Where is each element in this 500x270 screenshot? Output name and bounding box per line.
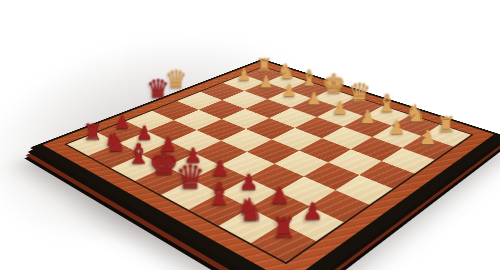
pawn-glyph: ♟	[359, 108, 375, 126]
pawn-glyph: ♟	[332, 99, 348, 117]
bishop-glyph: ♝	[299, 67, 319, 89]
pawn-glyph: ♟	[419, 128, 436, 147]
pawn-glyph: ♟	[269, 185, 289, 207]
product-photo-scene: ♜♞♝♛♚♝♞♜♟♟♟♟♟♟♟♟♟♟♟♟♟♟♟♟♜♞♝♛♚♝♞♜♛♛	[0, 0, 500, 270]
king-glyph: ♚	[148, 146, 179, 180]
bishop-glyph: ♝	[376, 91, 398, 115]
knight-glyph: ♞	[236, 194, 264, 225]
bishop-glyph: ♝	[205, 178, 233, 209]
rook-glyph: ♜	[271, 214, 296, 242]
pawn-glyph: ♟	[237, 67, 251, 83]
pawn-glyph: ♟	[259, 74, 274, 90]
pawn-glyph: ♟	[239, 171, 258, 193]
knight-glyph: ♞	[277, 61, 296, 82]
pawn-glyph: ♟	[302, 200, 323, 223]
queen-glyph: ♛	[146, 76, 169, 102]
queen-glyph: ♛	[175, 161, 205, 194]
pawn-glyph: ♟	[388, 118, 405, 137]
pawn-glyph: ♟	[282, 82, 297, 99]
knight-glyph: ♞	[103, 129, 126, 155]
knight-glyph: ♞	[405, 101, 426, 125]
king-glyph: ♚	[322, 71, 346, 98]
rook-glyph: ♜	[437, 114, 456, 136]
rook-glyph: ♜	[83, 122, 103, 144]
queen-glyph: ♛	[348, 80, 371, 106]
pawn-glyph: ♟	[306, 90, 321, 107]
